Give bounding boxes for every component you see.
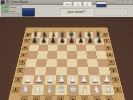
piece-black-pawn[interactable]: ♟ bbox=[41, 36, 47, 44]
file-label-e: e bbox=[69, 96, 76, 100]
piece-black-pawn[interactable]: ♟ bbox=[68, 36, 74, 44]
square-a5[interactable] bbox=[27, 51, 38, 58]
piece-white-pawn[interactable]: ♟ bbox=[46, 75, 53, 84]
rank-label-7: 7 bbox=[23, 39, 29, 43]
rank-label-1: 1 bbox=[12, 87, 20, 93]
square-f5[interactable] bbox=[76, 51, 86, 58]
rank-label-7: 7 bbox=[104, 39, 110, 43]
rank-label-6: 6 bbox=[22, 46, 28, 50]
black-label: Black bbox=[10, 9, 22, 12]
piece-white-rook[interactable]: ♜ bbox=[104, 85, 112, 95]
file-label-g: g bbox=[93, 96, 101, 100]
piece-white-pawn[interactable]: ♟ bbox=[35, 75, 42, 84]
piece-black-pawn[interactable]: ♟ bbox=[87, 36, 93, 44]
piece-white-pawn[interactable]: ♟ bbox=[91, 75, 98, 84]
square-e4[interactable] bbox=[67, 59, 77, 67]
nav-first-button[interactable]: ◄◄ bbox=[63, 2, 72, 7]
close-button[interactable]: × bbox=[128, 0, 132, 4]
file-labels: abcdefgh bbox=[17, 95, 116, 100]
square-e1[interactable]: ♚ bbox=[67, 85, 79, 95]
app-icon bbox=[1, 0, 4, 3]
square-e6[interactable] bbox=[67, 44, 77, 51]
piece-white-pawn[interactable]: ♟ bbox=[57, 75, 64, 84]
square-d1[interactable]: ♛ bbox=[55, 85, 67, 95]
chess-app-window: 3D Chess Board – □ × 0:00:00 White 0:00:… bbox=[0, 0, 133, 100]
piece-black-pawn[interactable]: ♟ bbox=[96, 36, 102, 44]
rank-label-cell: 6 bbox=[104, 44, 112, 51]
rank-label-4: 4 bbox=[18, 60, 25, 65]
piece-white-bishop[interactable]: ♝ bbox=[45, 85, 53, 95]
square-g5[interactable] bbox=[86, 51, 97, 58]
nav-forward-button[interactable]: ► bbox=[83, 2, 92, 7]
file-label-h: h bbox=[105, 96, 113, 100]
square-h1[interactable]: ♜ bbox=[101, 85, 114, 95]
clock-panel: 0:00:00 White 0:00:00 Black bbox=[1, 5, 22, 17]
square-d6[interactable] bbox=[57, 44, 67, 51]
rank-label-3: 3 bbox=[110, 68, 117, 73]
rank-label-2: 2 bbox=[14, 77, 21, 82]
file-label-f: f bbox=[81, 96, 88, 100]
square-b5[interactable] bbox=[37, 51, 48, 58]
square-d5[interactable] bbox=[57, 51, 67, 58]
board-area: ♜♞♝♛♚♝♞♜♟♟♟♟♟♟♟♟♟♟♟♟♟♟♟♟♜♞♝♛♚♝♞♜ abcdefg… bbox=[0, 17, 133, 100]
file-label-cell: e bbox=[66, 95, 78, 100]
file-label-cell: c bbox=[42, 95, 55, 100]
piece-white-rook[interactable]: ♜ bbox=[22, 85, 30, 95]
rank-label-4: 4 bbox=[108, 60, 115, 65]
square-c1[interactable]: ♝ bbox=[43, 85, 55, 95]
analysis-mini-panel[interactable] bbox=[22, 8, 35, 17]
square-c6[interactable] bbox=[48, 44, 58, 51]
maximize-button[interactable]: □ bbox=[123, 0, 127, 4]
piece-black-pawn[interactable]: ♟ bbox=[59, 36, 65, 44]
rank-label-cell: 4 bbox=[107, 58, 116, 66]
square-g7[interactable]: ♟ bbox=[85, 38, 95, 44]
move-prompt[interactable]: your move? bbox=[60, 9, 93, 16]
black-clock-row: 0:00:00 Black bbox=[2, 9, 22, 12]
square-e5[interactable] bbox=[67, 51, 77, 58]
piece-white-pawn[interactable]: ♟ bbox=[80, 75, 87, 84]
piece-white-king[interactable]: ♚ bbox=[69, 85, 77, 95]
rank-label-5: 5 bbox=[106, 53, 112, 57]
square-c4[interactable] bbox=[46, 59, 57, 67]
file-label-c: c bbox=[45, 96, 52, 100]
toolbar: 0:00:00 White 0:00:00 Black ◄◄ ◄ ► ►► yo… bbox=[0, 5, 133, 17]
clock-panel-footer bbox=[2, 13, 22, 16]
rank-label-8: 8 bbox=[25, 33, 31, 36]
rank-label-cell: 4 bbox=[17, 58, 26, 66]
file-label-cell: f bbox=[78, 95, 91, 100]
piece-black-pawn[interactable]: ♟ bbox=[50, 36, 56, 44]
piece-white-pawn[interactable]: ♟ bbox=[69, 75, 76, 84]
file-label-cell: a bbox=[17, 95, 31, 100]
piece-white-pawn[interactable]: ♟ bbox=[24, 75, 31, 84]
rank-label-1: 1 bbox=[114, 87, 122, 93]
square-b6[interactable] bbox=[38, 44, 48, 51]
board-frame: ♜♞♝♛♚♝♞♜♟♟♟♟♟♟♟♟♟♟♟♟♟♟♟♟♜♞♝♛♚♝♞♜ abcdefg… bbox=[7, 27, 126, 100]
square-d4[interactable] bbox=[56, 59, 66, 67]
square-c5[interactable] bbox=[47, 51, 57, 58]
file-label-d: d bbox=[57, 96, 64, 100]
square-g4[interactable] bbox=[87, 59, 98, 67]
file-label-cell: b bbox=[30, 95, 43, 100]
engine-button[interactable] bbox=[96, 2, 107, 8]
nav-back-button[interactable]: ◄ bbox=[73, 2, 82, 7]
square-f1[interactable]: ♝ bbox=[78, 85, 90, 95]
square-g1[interactable]: ♞ bbox=[90, 85, 103, 95]
file-label-cell: d bbox=[54, 95, 66, 100]
file-label-a: a bbox=[20, 96, 28, 100]
rank-label-8: 8 bbox=[102, 33, 108, 36]
piece-black-pawn[interactable]: ♟ bbox=[31, 36, 37, 44]
rank-label-5: 5 bbox=[20, 53, 26, 57]
square-b4[interactable] bbox=[36, 59, 47, 67]
piece-white-knight[interactable]: ♞ bbox=[33, 85, 41, 95]
chess-board: ♜♞♝♛♚♝♞♜♟♟♟♟♟♟♟♟♟♟♟♟♟♟♟♟♜♞♝♛♚♝♞♜ bbox=[19, 32, 115, 95]
rank-label-6: 6 bbox=[105, 46, 111, 50]
window-title: 3D Chess Board bbox=[6, 0, 28, 3]
square-f6[interactable] bbox=[76, 44, 86, 51]
piece-white-bishop[interactable]: ♝ bbox=[81, 85, 89, 95]
file-label-b: b bbox=[32, 96, 40, 100]
rank-label-cell: 6 bbox=[21, 44, 29, 51]
square-f4[interactable] bbox=[77, 59, 88, 67]
piece-black-pawn[interactable]: ♟ bbox=[78, 36, 84, 44]
piece-white-pawn[interactable]: ♟ bbox=[103, 75, 110, 84]
window-controls: – □ × bbox=[119, 0, 133, 4]
status-bar bbox=[94, 9, 128, 16]
mini-panel-titlebar bbox=[22, 8, 34, 9]
file-label-cell: g bbox=[90, 95, 103, 100]
piece-white-knight[interactable]: ♞ bbox=[93, 85, 101, 95]
minimize-button[interactable]: – bbox=[119, 0, 123, 4]
rank-label-2: 2 bbox=[112, 77, 119, 82]
rank-label-3: 3 bbox=[16, 68, 23, 73]
piece-white-queen[interactable]: ♛ bbox=[57, 85, 65, 95]
black-clock: 0:00:00 bbox=[2, 9, 10, 12]
square-b1[interactable]: ♞ bbox=[31, 85, 44, 95]
file-label-cell: h bbox=[102, 95, 116, 100]
